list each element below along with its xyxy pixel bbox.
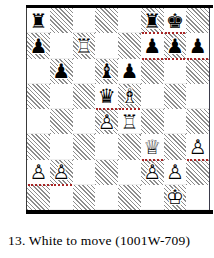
square-h3: ♟♙ (186, 134, 209, 159)
square-a2: ♟♙ (27, 160, 50, 185)
square-f1 (141, 185, 164, 210)
square-g6 (164, 59, 187, 84)
white-pawn: ♟♙ (166, 162, 184, 182)
red-underline (187, 159, 208, 161)
square-h4 (186, 109, 209, 134)
white-pawn: ♟♙ (52, 162, 70, 182)
square-a3 (27, 134, 50, 159)
square-b2: ♟♙ (50, 160, 73, 185)
square-f6 (141, 59, 164, 84)
square-f4 (141, 109, 164, 134)
white-bishop: ♝♗ (120, 86, 138, 106)
square-c7: ♜♖ (73, 33, 96, 58)
square-a4 (27, 109, 50, 134)
black-pawn: ♟ (120, 61, 138, 81)
square-f7: ♟ (141, 33, 164, 58)
square-d1 (95, 185, 118, 210)
chess-diagram: ♜♜♚♟♜♖♟♟♟♟♝♟♛♝♗♟♙♜♖♛♕♟♙♟♙♟♙♟♙♟♙♚♔ (26, 5, 213, 214)
white-rook: ♜♖ (75, 36, 93, 56)
caption: 13. White to move (1001W-709) (8, 233, 190, 249)
square-d8 (95, 8, 118, 33)
square-h8 (186, 8, 209, 33)
chess-board: ♜♜♚♟♜♖♟♟♟♟♝♟♛♝♗♟♙♜♖♛♕♟♙♟♙♟♙♟♙♟♙♚♔ (26, 8, 210, 210)
red-underline (96, 108, 117, 110)
black-pawn: ♟ (189, 36, 207, 56)
red-underline (187, 58, 208, 60)
square-e5: ♝♗ (118, 84, 141, 109)
square-d6: ♝ (95, 59, 118, 84)
red-underline (119, 108, 140, 110)
square-a8: ♜ (27, 8, 50, 33)
square-g1: ♚♔ (164, 185, 187, 210)
square-c5 (73, 84, 96, 109)
square-b3 (50, 134, 73, 159)
square-d3 (95, 134, 118, 159)
square-g7: ♟ (164, 33, 187, 58)
square-b6: ♟ (50, 59, 73, 84)
square-f5 (141, 84, 164, 109)
square-d2 (95, 160, 118, 185)
board-bottom-border (26, 210, 213, 214)
square-a1 (27, 185, 50, 210)
square-b7 (50, 33, 73, 58)
square-c8 (73, 8, 96, 33)
white-pawn: ♟♙ (143, 162, 161, 182)
square-g3 (164, 134, 187, 159)
square-f3: ♛♕ (141, 134, 164, 159)
square-c1 (73, 185, 96, 210)
square-h7: ♟ (186, 33, 209, 58)
square-d4: ♟♙ (95, 109, 118, 134)
square-b5 (50, 84, 73, 109)
square-d5: ♛ (95, 84, 118, 109)
square-c4 (73, 109, 96, 134)
red-underline (165, 32, 186, 34)
square-e2 (118, 160, 141, 185)
square-h2 (186, 160, 209, 185)
square-e7 (118, 33, 141, 58)
white-queen: ♛♕ (143, 137, 161, 157)
square-e8 (118, 8, 141, 33)
square-h5 (186, 84, 209, 109)
square-b1 (50, 185, 73, 210)
red-underline (142, 159, 163, 161)
red-underline (142, 58, 163, 60)
black-pawn: ♟ (29, 36, 47, 56)
black-queen: ♛ (98, 86, 116, 106)
square-c2 (73, 160, 96, 185)
square-c3 (73, 134, 96, 159)
black-pawn: ♟ (166, 36, 184, 56)
square-e4: ♜♖ (118, 109, 141, 134)
black-bishop: ♝ (98, 61, 116, 81)
square-g2: ♟♙ (164, 160, 187, 185)
square-c6 (73, 59, 96, 84)
white-rook: ♜♖ (120, 112, 138, 132)
square-e6: ♟ (118, 59, 141, 84)
square-d7 (95, 33, 118, 58)
square-g5 (164, 84, 187, 109)
white-pawn: ♟♙ (29, 162, 47, 182)
white-pawn: ♟♙ (98, 112, 116, 132)
square-a5 (27, 84, 50, 109)
white-king: ♚♔ (166, 187, 184, 207)
square-a6 (27, 59, 50, 84)
black-pawn: ♟ (52, 61, 70, 81)
black-pawn: ♟ (143, 36, 161, 56)
square-f8: ♜ (141, 8, 164, 33)
white-pawn: ♟♙ (189, 137, 207, 157)
square-e1 (118, 185, 141, 210)
square-h6 (186, 59, 209, 84)
square-h1 (186, 185, 209, 210)
black-rook: ♜ (29, 11, 47, 31)
red-underline (165, 58, 186, 60)
black-king: ♚ (166, 11, 184, 31)
black-rook: ♜ (143, 11, 161, 31)
square-f2: ♟♙ (141, 160, 164, 185)
square-b4 (50, 109, 73, 134)
square-g4 (164, 109, 187, 134)
square-e3 (118, 134, 141, 159)
square-b8 (50, 8, 73, 33)
red-underline (28, 184, 49, 186)
red-underline (142, 32, 163, 34)
red-underline (51, 184, 72, 186)
square-a7: ♟ (27, 33, 50, 58)
square-g8: ♚ (164, 8, 187, 33)
